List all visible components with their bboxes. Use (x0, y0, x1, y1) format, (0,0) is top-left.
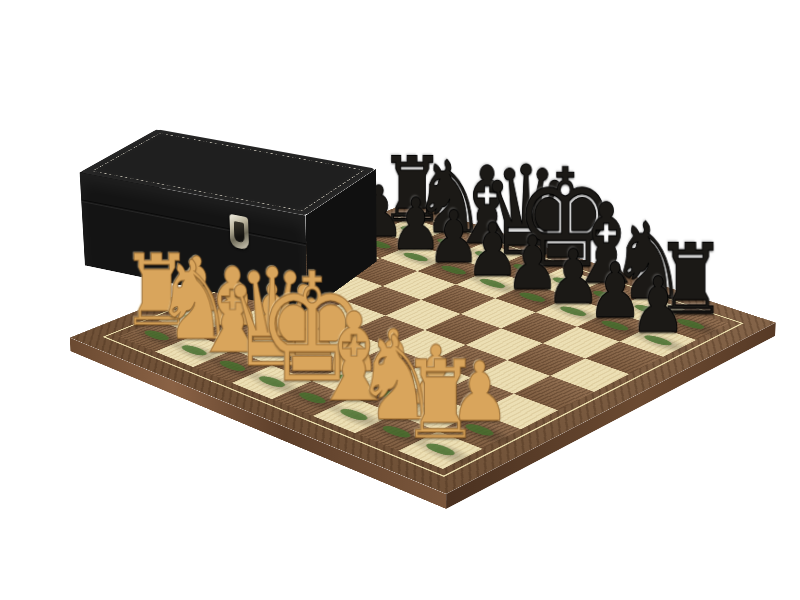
white-rook-icon: ♜ (401, 350, 481, 449)
scene: ♜♞♝♛♚♝♞♜♟♟♟♟♟♟♟♟♟♟♟♟♟♟♟♟♜♞♝♛♚♝♞♜ (0, 0, 800, 600)
black-pawn-icon: ♟ (630, 270, 686, 341)
pieces-layer: ♜♞♝♛♚♝♞♜♟♟♟♟♟♟♟♟♟♟♟♟♟♟♟♟♜♞♝♛♚♝♞♜ (70, 202, 776, 494)
